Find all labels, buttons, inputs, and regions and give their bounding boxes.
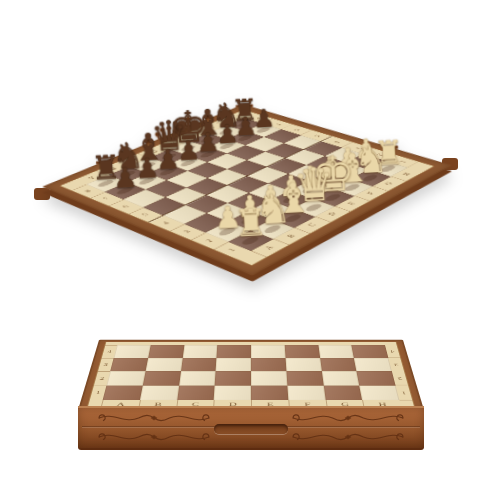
open-board-grid: ABCDEFGH8877665544332211ABCDEFGH [61, 110, 434, 265]
chess-set-product-photo: ABCDEFGH8877665544332211ABCDEFGH ♜♞♝♛♚♝♞… [0, 0, 500, 500]
rank-label: 4 [385, 345, 400, 358]
folded-square-c2 [179, 371, 216, 385]
engraving-flourish-icon [94, 430, 214, 444]
folded-square-g4 [318, 345, 354, 358]
folded-square-b2 [143, 371, 181, 385]
rank-label: 3 [388, 358, 404, 371]
folded-square-c1 [177, 385, 215, 400]
box-front-face [78, 406, 424, 450]
folded-square-g2 [321, 371, 359, 385]
folded-square-g3 [320, 358, 357, 371]
folded-square-f2 [286, 371, 323, 385]
square-h1[interactable] [368, 161, 408, 177]
folded-square-f1 [287, 385, 325, 400]
engraving-flourish-icon [288, 430, 408, 444]
folded-square-b4 [148, 345, 184, 358]
rank-label: 1 [396, 385, 413, 400]
folded-square-c3 [181, 358, 217, 371]
engraving-flourish-icon [288, 411, 408, 425]
closed-chess-box: 44332211ABCDEFGH [78, 322, 424, 450]
folded-square-f4 [285, 345, 320, 358]
handle-groove[interactable] [214, 424, 288, 434]
folded-square-c4 [182, 345, 217, 358]
front-flourish [94, 411, 214, 425]
folded-square-a1 [103, 385, 143, 400]
rank-label: 2 [392, 371, 408, 385]
folded-square-h3 [354, 358, 392, 371]
folded-square-b1 [140, 385, 179, 400]
folded-square-a2 [106, 371, 145, 385]
folded-square-d4 [217, 345, 251, 358]
engraving-flourish-icon [94, 411, 214, 425]
folded-square-e4 [251, 345, 285, 358]
folded-square-h4 [352, 345, 389, 358]
folded-square-b3 [145, 358, 182, 371]
folded-square-d1 [214, 385, 251, 400]
folded-square-d3 [216, 358, 251, 371]
folded-square-d2 [215, 371, 251, 385]
folded-square-h1 [359, 385, 399, 400]
folded-square-e3 [251, 358, 286, 371]
folded-square-g1 [323, 385, 362, 400]
folded-square-e2 [251, 371, 287, 385]
box-top-face: 44332211ABCDEFGH [78, 340, 424, 410]
board-3d-surface: ABCDEFGH8877665544332211ABCDEFGH ♜♞♝♛♚♝♞… [42, 104, 452, 275]
folded-square-f3 [285, 358, 321, 371]
open-chess-board: ABCDEFGH8877665544332211ABCDEFGH ♜♞♝♛♚♝♞… [95, 24, 400, 329]
board-foot [34, 188, 50, 200]
board-frame: ABCDEFGH8877665544332211ABCDEFGH ♜♞♝♛♚♝♞… [42, 104, 452, 275]
folded-square-a3 [110, 358, 148, 371]
square-h3[interactable] [324, 148, 363, 163]
front-flourish [94, 430, 214, 444]
front-flourish [288, 411, 408, 425]
folded-square-a4 [114, 345, 151, 358]
folded-square-h2 [357, 371, 396, 385]
folded-square-e1 [251, 385, 288, 400]
front-flourish [288, 430, 408, 444]
closed-box-grid: 44332211ABCDEFGH [88, 342, 415, 408]
